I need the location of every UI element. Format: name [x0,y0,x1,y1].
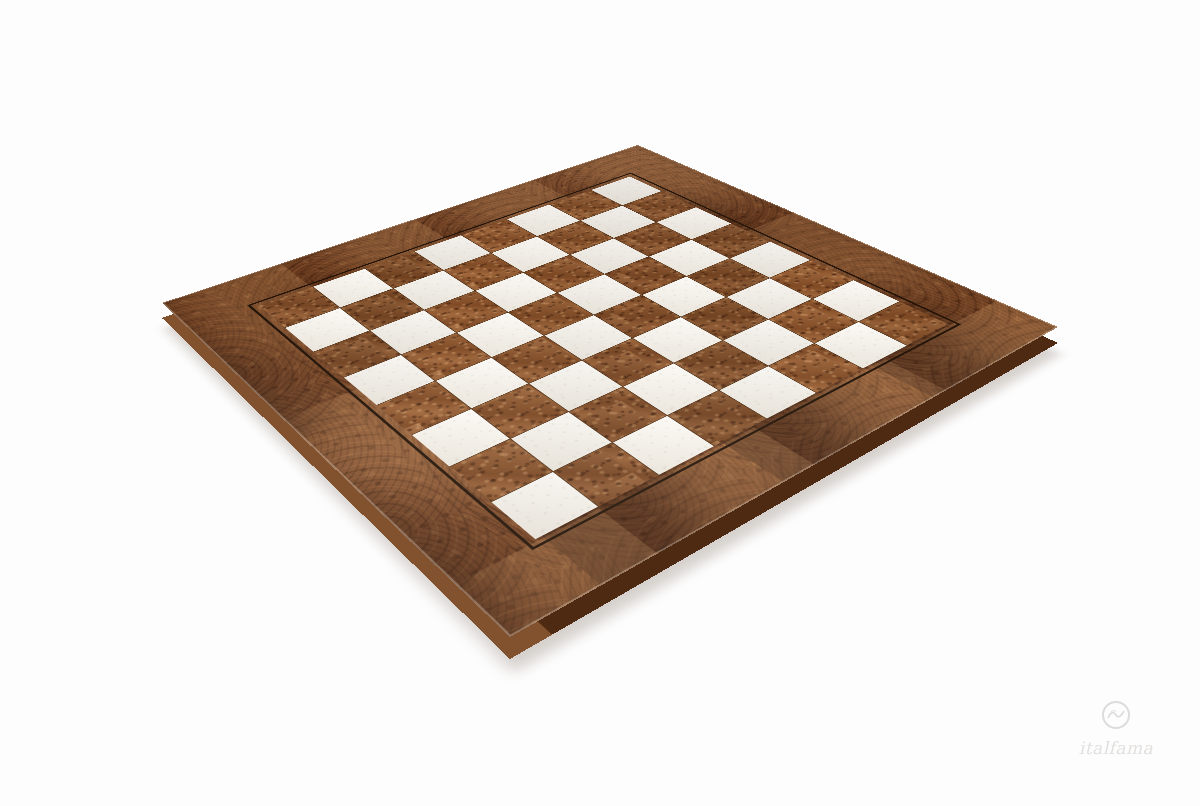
italfama-logo-text: italfama [1072,739,1160,757]
italfama-logo-icon [1099,699,1133,733]
brand-watermark: italfama [1072,699,1160,757]
board-grid [259,177,948,540]
photo-canvas: italfama [0,0,1200,806]
chess-board [162,145,1058,637]
